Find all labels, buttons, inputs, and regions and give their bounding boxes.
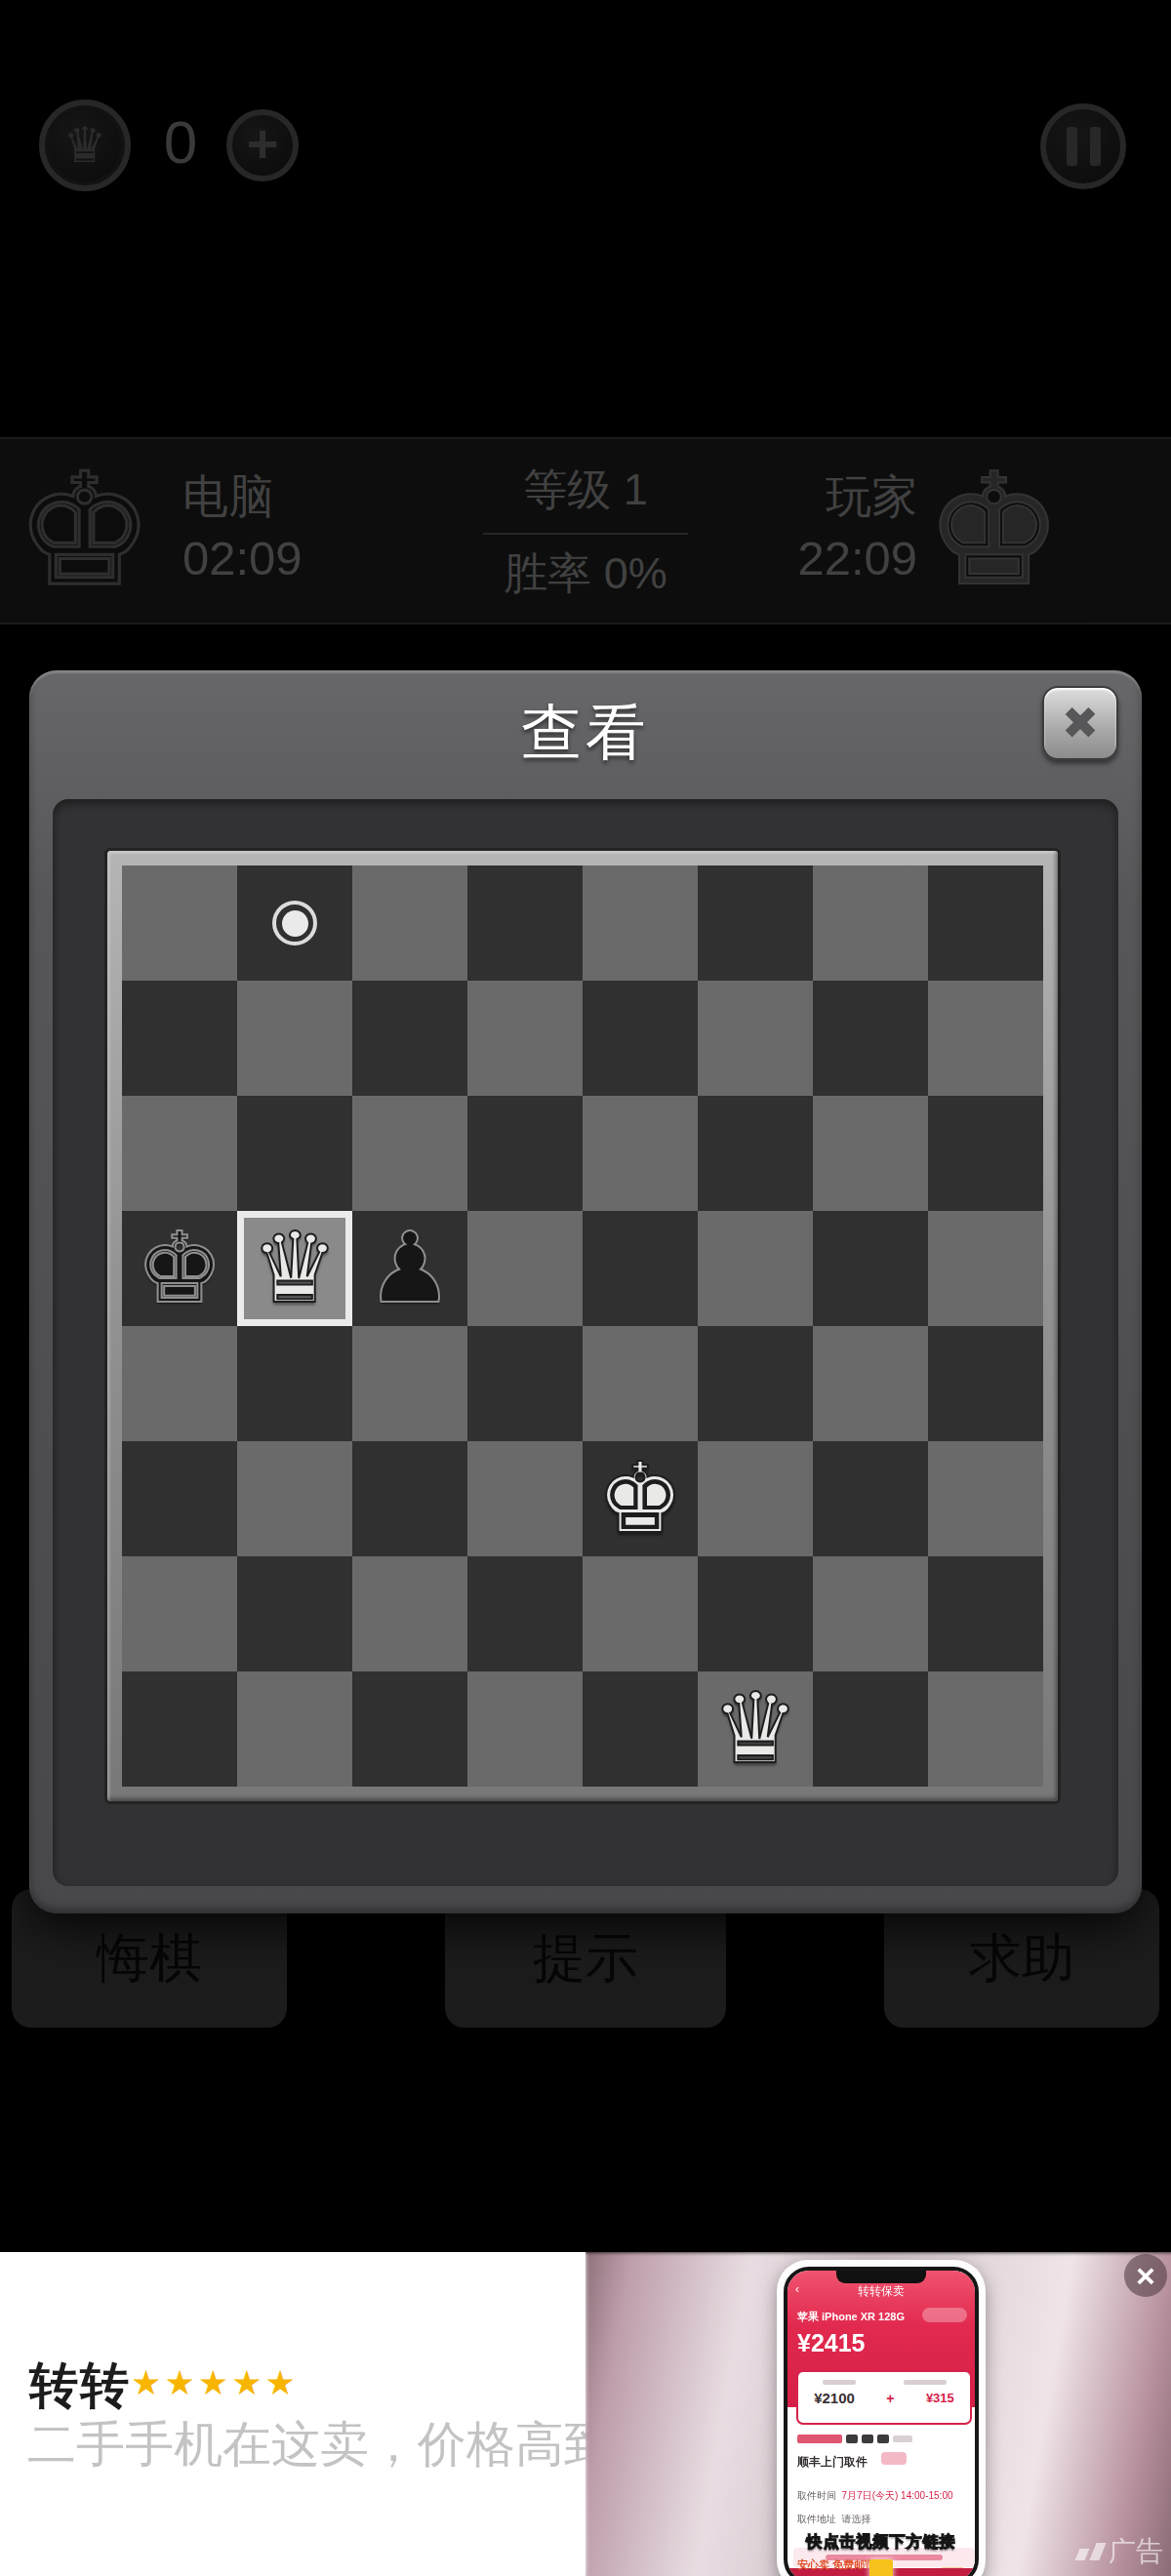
player-clock: 22:09 [742,531,917,585]
computer-clock: 02:09 [182,531,303,585]
white-queen[interactable]: ♛ [251,1211,339,1326]
view-dialog: 查看 ✖ ♚♛♟♚♛ [29,670,1142,1913]
phone-plus-sign: + [886,2391,894,2406]
plus-icon: + [247,116,279,171]
square-a7[interactable] [122,981,237,1096]
square-f7[interactable] [698,981,813,1096]
square-d3[interactable] [467,1441,583,1556]
square-d6[interactable] [467,1096,583,1211]
ad-star-rating: ★★★★★ [131,2363,299,2402]
square-f6[interactable] [698,1096,813,1211]
square-a2[interactable] [122,1556,237,1671]
square-h4[interactable] [928,1326,1043,1441]
star-icon: ★ [164,2363,197,2401]
square-d2[interactable] [467,1556,583,1671]
square-a5[interactable]: ♚ [122,1211,237,1326]
square-h5[interactable] [928,1211,1043,1326]
ad-phone-mockup: ‹ 转转保卖 苹果 iPhone XR 128G ¥2415 ¥2100 + ¥… [777,2260,986,2576]
square-e2[interactable] [583,1556,698,1671]
pause-button[interactable] [1040,103,1126,189]
square-b4[interactable] [237,1326,352,1441]
phone-appbar-title: 转转保卖 [787,2283,975,2300]
square-c5[interactable]: ♟ [352,1211,467,1326]
square-d8[interactable] [467,865,583,981]
ad-banner[interactable]: 转转 ★★★★★ 二手手机在这卖，价格高到你… ‹ 转转保卖 苹果 iPhone… [0,2252,1171,2576]
square-g6[interactable] [813,1096,928,1211]
phone-base-price: ¥2100 [814,2390,855,2406]
pause-icon [1067,127,1101,166]
square-b8[interactable] [237,865,352,981]
match-stats: 等级 1 胜率 0% [439,461,732,603]
phone-header-pill [922,2308,967,2322]
square-d1[interactable] [467,1671,583,1787]
dialog-close-button[interactable]: ✖ [1042,686,1118,760]
square-h6[interactable] [928,1096,1043,1211]
stats-divider [483,533,688,535]
down-arrow-icon [855,2559,908,2576]
square-h7[interactable] [928,981,1043,1096]
square-a8[interactable] [122,865,237,981]
square-a6[interactable] [122,1096,237,1211]
square-e7[interactable] [583,981,698,1096]
square-e1[interactable] [583,1671,698,1787]
phone-pickup-tag [881,2452,907,2465]
close-icon: ✖ [1062,697,1100,749]
square-c3[interactable] [352,1441,467,1556]
phone-pickup-time-row: 取件时间 7月7日(今天) 14:00-15:00 [797,2489,953,2503]
star-icon: ★ [265,2363,299,2401]
square-b5[interactable]: ♛ [237,1211,352,1326]
square-h8[interactable] [928,865,1043,981]
white-queen[interactable]: ♛ [711,1671,799,1787]
coin-balance-badge: ♛ [39,100,131,191]
square-g5[interactable] [813,1211,928,1326]
player-king-icon: ♚ [925,439,1064,621]
square-g3[interactable] [813,1441,928,1556]
ad-label-badge: 广告 [1077,2533,1163,2570]
coin-count: 0 [146,107,215,177]
square-f4[interactable] [698,1326,813,1441]
player-name: 玩家 [742,466,917,528]
phone-badges-row [797,2435,912,2443]
dialog-title: 查看 [29,692,1142,774]
winrate-label: 胜率 0% [439,544,732,603]
square-g7[interactable] [813,981,928,1096]
ad-label-text: 广告 [1109,2533,1163,2570]
square-a3[interactable] [122,1441,237,1556]
square-f8[interactable] [698,865,813,981]
square-b7[interactable] [237,981,352,1096]
close-icon: × [1136,2257,1155,2295]
square-c2[interactable] [352,1556,467,1671]
phone-bonus-price: ¥315 [926,2391,954,2405]
ad-brand-name: 转转 [29,2354,131,2419]
square-c7[interactable] [352,981,467,1096]
star-icon: ★ [231,2363,264,2401]
app-screen: { "game": "chess", "position": { "fen": … [0,0,1171,2576]
computer-king-icon: ♚ [16,439,154,621]
square-g1[interactable] [813,1671,928,1787]
square-g4[interactable] [813,1326,928,1441]
phone-overlay-text: 快点击视频下方链接 [787,2532,975,2553]
level-label: 等级 1 [439,461,732,519]
square-g8[interactable] [813,865,928,981]
phone-pickup-addr-row: 取件地址 请选择 [797,2513,871,2526]
square-e3[interactable]: ♚ [583,1441,698,1556]
square-h3[interactable] [928,1441,1043,1556]
square-a4[interactable] [122,1326,237,1441]
square-e5[interactable] [583,1211,698,1326]
square-a1[interactable] [122,1671,237,1787]
square-g2[interactable] [813,1556,928,1671]
square-f2[interactable] [698,1556,813,1671]
square-e6[interactable] [583,1096,698,1211]
move-target-marker[interactable] [272,901,317,946]
square-c1[interactable] [352,1671,467,1787]
phone-price-box: ¥2100 + ¥315 [796,2370,972,2425]
square-d4[interactable] [467,1326,583,1441]
star-icon: ★ [198,2363,231,2401]
chess-board-frame: ♚♛♟♚♛ [104,848,1061,1804]
black-pawn[interactable]: ♟ [366,1211,454,1326]
phone-pickup-label: 顺丰上门取件 [797,2454,868,2471]
square-e8[interactable] [583,865,698,981]
chess-board[interactable]: ♚♛♟♚♛ [122,865,1043,1787]
phone-notch [836,2271,926,2283]
square-f5[interactable] [698,1211,813,1326]
square-b2[interactable] [237,1556,352,1671]
square-e4[interactable] [583,1326,698,1441]
computer-name: 电脑 [182,466,274,528]
ad-phone-screen: ‹ 转转保卖 苹果 iPhone XR 128G ¥2415 ¥2100 + ¥… [784,2267,979,2576]
square-c8[interactable] [352,865,467,981]
star-icon: ★ [131,2363,164,2401]
phone-product-name: 苹果 iPhone XR 128G [797,2310,905,2324]
square-b3[interactable] [237,1441,352,1556]
black-king[interactable]: ♚ [136,1211,223,1326]
square-h2[interactable] [928,1556,1043,1671]
square-c4[interactable] [352,1326,467,1441]
add-coins-button[interactable]: + [226,109,299,181]
square-h1[interactable] [928,1671,1043,1787]
ad-close-button[interactable]: × [1124,2254,1167,2297]
square-f3[interactable] [698,1441,813,1556]
square-b6[interactable] [237,1096,352,1211]
white-king[interactable]: ♚ [596,1441,684,1556]
square-f1[interactable]: ♛ [698,1671,813,1787]
square-d7[interactable] [467,981,583,1096]
square-b1[interactable] [237,1671,352,1787]
square-d5[interactable] [467,1211,583,1326]
square-c6[interactable] [352,1096,467,1211]
ad-media-image[interactable]: ‹ 转转保卖 苹果 iPhone XR 128G ¥2415 ¥2100 + ¥… [585,2252,1171,2576]
crown-coin-icon: ♛ [63,121,107,170]
phone-price: ¥2415 [797,2329,866,2357]
